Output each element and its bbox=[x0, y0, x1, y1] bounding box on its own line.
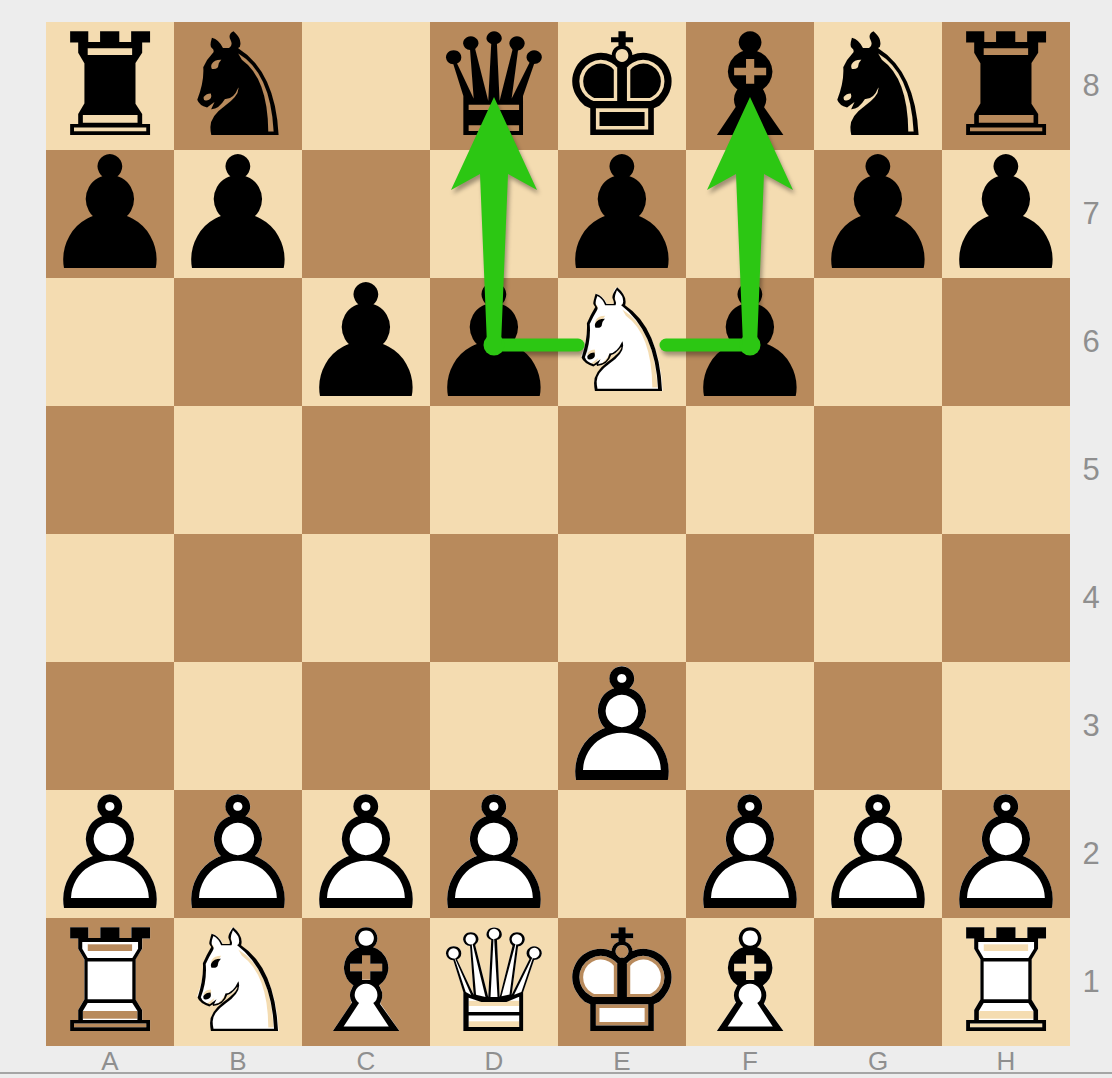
white-piece-outline: ♘ bbox=[558, 278, 686, 406]
piece-black-pawn-d6[interactable]: ♟ bbox=[430, 278, 558, 406]
piece-black-pawn-g7[interactable]: ♟ bbox=[814, 150, 942, 278]
square-g5[interactable] bbox=[814, 406, 942, 534]
black-piece-glyph: ♟ bbox=[814, 150, 942, 278]
square-a5[interactable] bbox=[46, 406, 174, 534]
piece-black-pawn-h7[interactable]: ♟ bbox=[942, 150, 1070, 278]
piece-black-pawn-f6[interactable]: ♟ bbox=[686, 278, 814, 406]
square-e1[interactable]: ♚♔ bbox=[558, 918, 686, 1046]
square-b1[interactable]: ♞♘ bbox=[174, 918, 302, 1046]
square-h1[interactable]: ♜♖ bbox=[942, 918, 1070, 1046]
square-d5[interactable] bbox=[430, 406, 558, 534]
piece-white-pawn-g2[interactable]: ♟♙ bbox=[814, 790, 942, 918]
square-a7[interactable]: ♟ bbox=[46, 150, 174, 278]
black-piece-glyph: ♟ bbox=[686, 278, 814, 406]
square-f1[interactable]: ♝♗ bbox=[686, 918, 814, 1046]
piece-white-queen-d1[interactable]: ♛♕ bbox=[430, 918, 558, 1046]
white-piece-outline: ♘ bbox=[174, 918, 302, 1046]
square-h7[interactable]: ♟ bbox=[942, 150, 1070, 278]
rank-label-1: 1 bbox=[1070, 918, 1112, 1046]
white-piece-outline: ♕ bbox=[430, 918, 558, 1046]
square-g2[interactable]: ♟♙ bbox=[814, 790, 942, 918]
square-a1[interactable]: ♜♖ bbox=[46, 918, 174, 1046]
square-h4[interactable] bbox=[942, 534, 1070, 662]
piece-black-pawn-b7[interactable]: ♟ bbox=[174, 150, 302, 278]
square-b4[interactable] bbox=[174, 534, 302, 662]
square-c5[interactable] bbox=[302, 406, 430, 534]
black-piece-glyph: ♟ bbox=[302, 278, 430, 406]
black-piece-glyph: ♟ bbox=[46, 150, 174, 278]
piece-white-knight-b1[interactable]: ♞♘ bbox=[174, 918, 302, 1046]
black-piece-glyph: ♟ bbox=[942, 150, 1070, 278]
square-a6[interactable] bbox=[46, 278, 174, 406]
piece-white-knight-e6[interactable]: ♞♘ bbox=[558, 278, 686, 406]
square-e3[interactable]: ♟♙ bbox=[558, 662, 686, 790]
rank-label-6: 6 bbox=[1070, 278, 1112, 406]
file-coordinates: ABCDEFGH bbox=[46, 1046, 1070, 1072]
piece-black-pawn-a7[interactable]: ♟ bbox=[46, 150, 174, 278]
chess-board: ♜♞♛♚♝♞♜♟♟♟♟♟♟♟♞♘♟♟♙♟♙♟♙♟♙♟♙♟♙♟♙♟♙♜♖♞♘♝♗♛… bbox=[46, 22, 1070, 1046]
piece-black-pawn-c6[interactable]: ♟ bbox=[302, 278, 430, 406]
square-c4[interactable] bbox=[302, 534, 430, 662]
square-f5[interactable] bbox=[686, 406, 814, 534]
rank-label-4: 4 bbox=[1070, 534, 1112, 662]
white-piece-outline: ♖ bbox=[46, 918, 174, 1046]
square-e5[interactable] bbox=[558, 406, 686, 534]
rank-label-2: 2 bbox=[1070, 790, 1112, 918]
rank-label-3: 3 bbox=[1070, 662, 1112, 790]
square-b7[interactable]: ♟ bbox=[174, 150, 302, 278]
chess-board-app: ♜♞♛♚♝♞♜♟♟♟♟♟♟♟♞♘♟♟♙♟♙♟♙♟♙♟♙♟♙♟♙♟♙♜♖♞♘♝♗♛… bbox=[0, 0, 1112, 1078]
square-b5[interactable] bbox=[174, 406, 302, 534]
piece-white-bishop-c1[interactable]: ♝♗ bbox=[302, 918, 430, 1046]
piece-white-pawn-e3[interactable]: ♟♙ bbox=[558, 662, 686, 790]
square-c1[interactable]: ♝♗ bbox=[302, 918, 430, 1046]
square-h5[interactable] bbox=[942, 406, 1070, 534]
white-piece-outline: ♙ bbox=[558, 662, 686, 790]
piece-white-rook-h1[interactable]: ♜♖ bbox=[942, 918, 1070, 1046]
square-f6[interactable]: ♟ bbox=[686, 278, 814, 406]
piece-white-bishop-f1[interactable]: ♝♗ bbox=[686, 918, 814, 1046]
piece-black-queen-d8[interactable]: ♛ bbox=[430, 22, 558, 150]
square-f4[interactable] bbox=[686, 534, 814, 662]
black-piece-glyph: ♟ bbox=[430, 278, 558, 406]
white-piece-outline: ♔ bbox=[558, 918, 686, 1046]
square-g6[interactable] bbox=[814, 278, 942, 406]
white-piece-outline: ♗ bbox=[686, 918, 814, 1046]
white-piece-outline: ♖ bbox=[942, 918, 1070, 1046]
square-g7[interactable]: ♟ bbox=[814, 150, 942, 278]
square-c8[interactable] bbox=[302, 22, 430, 150]
black-piece-glyph: ♝ bbox=[686, 22, 814, 150]
square-b6[interactable] bbox=[174, 278, 302, 406]
piece-black-bishop-f8[interactable]: ♝ bbox=[686, 22, 814, 150]
square-g1[interactable] bbox=[814, 918, 942, 1046]
square-a4[interactable] bbox=[46, 534, 174, 662]
black-piece-glyph: ♛ bbox=[430, 22, 558, 150]
square-c6[interactable]: ♟ bbox=[302, 278, 430, 406]
square-e6[interactable]: ♞♘ bbox=[558, 278, 686, 406]
piece-white-rook-a1[interactable]: ♜♖ bbox=[46, 918, 174, 1046]
rank-label-5: 5 bbox=[1070, 406, 1112, 534]
white-piece-outline: ♙ bbox=[814, 790, 942, 918]
rank-coordinates: 87654321 bbox=[1070, 22, 1112, 1046]
square-f8[interactable]: ♝ bbox=[686, 22, 814, 150]
square-d1[interactable]: ♛♕ bbox=[430, 918, 558, 1046]
square-h6[interactable] bbox=[942, 278, 1070, 406]
rank-label-7: 7 bbox=[1070, 150, 1112, 278]
square-d8[interactable]: ♛ bbox=[430, 22, 558, 150]
white-piece-outline: ♗ bbox=[302, 918, 430, 1046]
bottom-divider bbox=[0, 1072, 1112, 1074]
black-piece-glyph: ♟ bbox=[174, 150, 302, 278]
rank-label-8: 8 bbox=[1070, 22, 1112, 150]
square-d4[interactable] bbox=[430, 534, 558, 662]
square-g4[interactable] bbox=[814, 534, 942, 662]
square-d6[interactable]: ♟ bbox=[430, 278, 558, 406]
piece-white-king-e1[interactable]: ♚♔ bbox=[558, 918, 686, 1046]
